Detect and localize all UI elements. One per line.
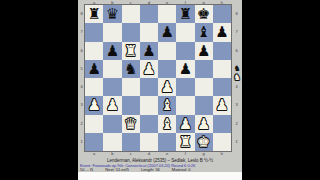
square-c8[interactable] xyxy=(122,5,140,23)
rank-labels-right: ♞♞ 87654321 xyxy=(231,5,242,151)
square-b7[interactable] xyxy=(103,23,121,41)
square-h4[interactable] xyxy=(213,78,231,96)
black-bishop[interactable]: ♝ xyxy=(197,23,210,41)
square-c2[interactable]: ♛ xyxy=(122,115,140,133)
black-king[interactable]: ♚ xyxy=(197,5,210,23)
rank-label-5: 5 xyxy=(78,60,85,78)
white-pawn[interactable]: ♟ xyxy=(106,96,119,114)
square-b1[interactable] xyxy=(103,133,121,151)
chess-board[interactable]: ♜♛♜♚♟♝♟♟♜♟♟♟♞♟♟♟♟♟♝♟♛♝♟♟♜♚ xyxy=(85,5,231,151)
white-pawn[interactable]: ♟ xyxy=(87,96,100,114)
letterbox-right xyxy=(242,0,320,180)
square-f7[interactable] xyxy=(176,23,194,41)
white-pawn[interactable]: ♟ xyxy=(215,96,228,114)
square-c4[interactable] xyxy=(122,78,140,96)
square-f6[interactable] xyxy=(176,42,194,60)
square-h1[interactable] xyxy=(213,133,231,151)
square-e7[interactable]: ♟ xyxy=(158,23,176,41)
square-d3[interactable] xyxy=(140,96,158,114)
white-pawn[interactable]: ♟ xyxy=(197,115,210,133)
square-f1[interactable]: ♜ xyxy=(176,133,194,151)
square-g8[interactable]: ♚ xyxy=(195,5,213,23)
video-frame: abcdefgh 87654321 ♜♛♜♚♟♝♟♟♜♟♟♟♞♟♟♟♟♟♝♟♛♝… xyxy=(0,0,320,180)
square-c6[interactable]: ♜ xyxy=(122,42,140,60)
square-e4[interactable]: ♟ xyxy=(158,78,176,96)
square-h6[interactable] xyxy=(213,42,231,60)
rank-label-1: 1 xyxy=(231,133,242,151)
bottom-strip xyxy=(78,172,242,180)
square-d7[interactable] xyxy=(140,23,158,41)
square-g4[interactable] xyxy=(195,78,213,96)
square-f3[interactable] xyxy=(176,96,194,114)
square-d4[interactable] xyxy=(140,78,158,96)
square-c3[interactable] xyxy=(122,96,140,114)
white-pawn[interactable]: ♟ xyxy=(142,60,155,78)
square-a2[interactable] xyxy=(85,115,103,133)
square-g5[interactable] xyxy=(195,60,213,78)
black-pawn[interactable]: ♟ xyxy=(215,23,228,41)
square-g2[interactable]: ♟ xyxy=(195,115,213,133)
square-c1[interactable] xyxy=(122,133,140,151)
square-b5[interactable] xyxy=(103,60,121,78)
black-rook[interactable]: ♜ xyxy=(87,5,100,23)
black-pawn[interactable]: ♟ xyxy=(87,60,100,78)
chess-gui: abcdefgh 87654321 ♜♛♜♚♟♝♟♟♜♟♟♟♞♟♟♟♟♟♝♟♛♝… xyxy=(78,0,242,180)
square-d6[interactable]: ♟ xyxy=(140,42,158,60)
rank-label-6: 6 xyxy=(231,42,242,60)
square-c5[interactable]: ♞ xyxy=(122,60,140,78)
square-a7[interactable] xyxy=(85,23,103,41)
square-h2[interactable] xyxy=(213,115,231,133)
rank-label-2: 2 xyxy=(231,115,242,133)
white-bishop[interactable]: ♝ xyxy=(160,115,173,133)
square-d8[interactable] xyxy=(140,5,158,23)
white-king[interactable]: ♚ xyxy=(197,133,210,151)
square-h7[interactable]: ♟ xyxy=(213,23,231,41)
square-e1[interactable] xyxy=(158,133,176,151)
square-a3[interactable]: ♟ xyxy=(85,96,103,114)
square-d5[interactable]: ♟ xyxy=(140,60,158,78)
square-b6[interactable]: ♟ xyxy=(103,42,121,60)
square-e5[interactable] xyxy=(158,60,176,78)
square-h3[interactable]: ♟ xyxy=(213,96,231,114)
square-a4[interactable] xyxy=(85,78,103,96)
square-b2[interactable] xyxy=(103,115,121,133)
black-pawn[interactable]: ♟ xyxy=(160,23,173,41)
rank-labels-left: 87654321 xyxy=(78,5,85,151)
square-a5[interactable]: ♟ xyxy=(85,60,103,78)
letterbox-left xyxy=(0,0,78,180)
square-e2[interactable]: ♝ xyxy=(158,115,176,133)
rank-label-7: 7 xyxy=(231,23,242,41)
white-pawn[interactable]: ♟ xyxy=(179,115,192,133)
square-e3[interactable]: ♝ xyxy=(158,96,176,114)
square-h8[interactable] xyxy=(213,5,231,23)
black-queen[interactable]: ♛ xyxy=(106,5,119,23)
black-pawn[interactable]: ♟ xyxy=(179,60,192,78)
square-c7[interactable] xyxy=(122,23,140,41)
square-e6[interactable] xyxy=(158,42,176,60)
square-e8[interactable] xyxy=(158,5,176,23)
board-area: 87654321 ♜♛♜♚♟♝♟♟♜♟♟♟♞♟♟♟♟♟♝♟♛♝♟♟♜♚ ♞♞ 8… xyxy=(78,5,242,151)
square-a6[interactable] xyxy=(85,42,103,60)
rank-label-3: 3 xyxy=(78,96,85,114)
square-a8[interactable]: ♜ xyxy=(85,5,103,23)
rank-label-3: 3 xyxy=(231,96,242,114)
square-b8[interactable]: ♛ xyxy=(103,5,121,23)
square-d1[interactable] xyxy=(140,133,158,151)
square-f8[interactable]: ♜ xyxy=(176,5,194,23)
white-queen[interactable]: ♛ xyxy=(124,115,137,133)
square-g3[interactable] xyxy=(195,96,213,114)
black-knight[interactable]: ♞ xyxy=(124,60,137,78)
square-a1[interactable] xyxy=(85,133,103,151)
tray-black-knight-icon: ♞ xyxy=(232,64,242,73)
rank-label-6: 6 xyxy=(78,42,85,60)
square-d2[interactable] xyxy=(140,115,158,133)
white-rook[interactable]: ♜ xyxy=(124,42,137,60)
black-pawn[interactable]: ♟ xyxy=(106,42,119,60)
white-pawn[interactable]: ♟ xyxy=(160,78,173,96)
square-g6[interactable]: ♟ xyxy=(195,42,213,60)
rank-label-1: 1 xyxy=(78,133,85,151)
rank-label-8: 8 xyxy=(78,5,85,23)
square-h5[interactable] xyxy=(213,60,231,78)
white-rook[interactable]: ♜ xyxy=(179,133,192,151)
caption-block: Lenderman, Aleksandr (2535) – Sedlak, Le… xyxy=(78,157,242,172)
black-rook[interactable]: ♜ xyxy=(179,5,192,23)
rank-label-4: 4 xyxy=(78,78,85,96)
white-bishop[interactable]: ♝ xyxy=(160,96,173,114)
square-f5[interactable]: ♟ xyxy=(176,60,194,78)
rank-label-2: 2 xyxy=(78,115,85,133)
black-pawn[interactable]: ♟ xyxy=(197,42,210,60)
rank-label-8: 8 xyxy=(231,5,242,23)
square-f4[interactable] xyxy=(176,78,194,96)
black-pawn[interactable]: ♟ xyxy=(142,42,155,60)
square-b3[interactable]: ♟ xyxy=(103,96,121,114)
square-g7[interactable]: ♝ xyxy=(195,23,213,41)
tray-white-knight-icon: ♞ xyxy=(232,73,242,82)
captured-piece-tray: ♞♞ xyxy=(232,64,242,82)
square-b4[interactable] xyxy=(103,78,121,96)
square-f2[interactable]: ♟ xyxy=(176,115,194,133)
square-g1[interactable]: ♚ xyxy=(195,133,213,151)
rank-label-7: 7 xyxy=(78,23,85,41)
